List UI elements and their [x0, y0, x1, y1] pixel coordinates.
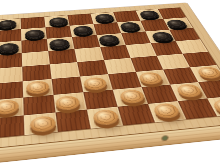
hinge-screw-icon	[162, 136, 167, 140]
square-r7c3[interactable]: ⛀	[87, 107, 123, 129]
light-piece[interactable]: ⛀	[26, 80, 50, 94]
square-r7c0[interactable]	[0, 115, 24, 138]
square-r6c0[interactable]: ⛀	[0, 98, 24, 119]
light-piece[interactable]: ⛀	[211, 99, 220, 115]
square-r7c1[interactable]: ⛀	[24, 112, 58, 135]
light-piece[interactable]: ⛀	[0, 99, 19, 115]
square-r5c2[interactable]	[52, 77, 84, 95]
square-r4c0[interactable]	[0, 67, 23, 84]
square-r6c3[interactable]	[83, 90, 117, 110]
square-r5c7[interactable]: ⛀	[190, 65, 220, 82]
square-r7c2[interactable]	[56, 110, 91, 132]
dark-piece[interactable]: ⛂	[0, 20, 16, 30]
dark-piece[interactable]: ⛂	[73, 25, 94, 35]
square-r4c1[interactable]	[22, 64, 51, 81]
square-r5c0[interactable]	[0, 81, 23, 100]
dark-piece[interactable]: ⛂	[94, 13, 115, 22]
light-piece[interactable]: ⛀	[92, 109, 120, 126]
dark-piece[interactable]: ⛂	[119, 22, 141, 32]
square-r7c7[interactable]: ⛀	[207, 96, 220, 117]
light-piece[interactable]: ⛀	[137, 72, 164, 86]
square-r5c1[interactable]: ⛀	[23, 79, 54, 98]
light-piece[interactable]: ⛀	[119, 89, 147, 104]
dark-piece[interactable]: ⛂	[0, 43, 19, 54]
light-piece[interactable]: ⛀	[83, 77, 108, 91]
dark-piece[interactable]: ⛂	[138, 10, 159, 19]
square-r6c2[interactable]: ⛀	[53, 92, 86, 112]
square-r6c4[interactable]: ⛀	[113, 87, 148, 107]
square-r3c1[interactable]	[22, 51, 50, 67]
square-r4c7[interactable]	[183, 52, 217, 68]
square-r5c4[interactable]	[108, 72, 141, 90]
square-r4c3[interactable]	[77, 60, 108, 77]
square-r6c6[interactable]: ⛀	[170, 82, 207, 101]
square-r6c7[interactable]	[198, 80, 220, 99]
dark-piece[interactable]: ⛂	[49, 17, 69, 26]
square-r7c5[interactable]: ⛀	[148, 101, 186, 122]
square-r4c4[interactable]	[104, 58, 136, 74]
light-piece[interactable]: ⛀	[152, 103, 182, 119]
square-r4c2[interactable]	[50, 62, 80, 79]
square-r5c5[interactable]: ⛀	[136, 70, 170, 88]
square-r7c4[interactable]	[118, 104, 155, 126]
light-piece[interactable]: ⛀	[196, 66, 220, 79]
dark-piece[interactable]: ⛂	[49, 38, 70, 49]
dark-piece[interactable]: ⛂	[98, 34, 120, 45]
photo-stage: ⛂⛂⛂⛂⛂⛂⛂⛂⛂⛂⛂⛂⛀⛀⛀⛀⛀⛀⛀⛀⛀⛀⛀⛀	[0, 0, 220, 165]
square-r6c5[interactable]	[142, 85, 178, 104]
square-r5c3[interactable]: ⛀	[80, 74, 113, 92]
board-grid: ⛂⛂⛂⛂⛂⛂⛂⛂⛂⛂⛂⛂⛀⛀⛀⛀⛀⛀⛀⛀⛀⛀⛀⛀	[0, 8, 220, 139]
dark-piece[interactable]: ⛂	[165, 19, 188, 29]
dark-piece[interactable]: ⛂	[25, 29, 45, 39]
light-piece[interactable]: ⛀	[175, 83, 204, 98]
square-r6c1[interactable]	[23, 95, 55, 116]
light-piece[interactable]: ⛀	[30, 115, 57, 133]
square-r3c0[interactable]	[0, 53, 22, 69]
board-scene: ⛂⛂⛂⛂⛂⛂⛂⛂⛂⛂⛂⛂⛀⛀⛀⛀⛀⛀⛀⛀⛀⛀⛀⛀	[0, 3, 220, 150]
light-piece[interactable]: ⛀	[55, 95, 81, 111]
square-r5c6[interactable]	[163, 67, 198, 84]
square-r7c6[interactable]	[178, 98, 217, 119]
square-r3c2[interactable]	[48, 49, 77, 64]
